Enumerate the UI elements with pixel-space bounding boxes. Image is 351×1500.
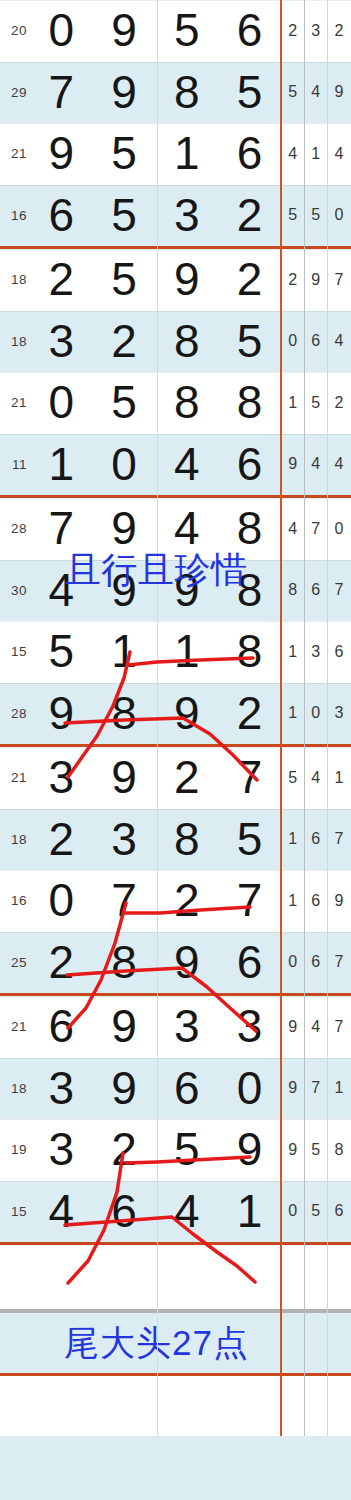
tail-digit: 0 (281, 332, 305, 350)
sum-label: 25 (0, 955, 30, 970)
tail-digit: 7 (327, 830, 351, 848)
draw-digit: 6 (30, 185, 93, 247)
sum-label: 28 (0, 521, 30, 536)
tail-digit: 4 (305, 1018, 328, 1036)
sum-label: 21 (0, 146, 30, 161)
draw-row: 155118136 (0, 621, 351, 683)
sum-label: 15 (0, 644, 30, 659)
bottom-note-row: 尾大头27点 (0, 1313, 351, 1373)
tail-digit: 9 (281, 1079, 305, 1097)
sum-label: 11 (0, 457, 30, 472)
tail-digit: 4 (281, 520, 305, 538)
draw-digit: 6 (218, 123, 281, 185)
draw-digit: 2 (218, 249, 281, 311)
sum-label: 18 (0, 832, 30, 847)
tail-digit: 7 (327, 271, 351, 289)
draw-digit: 1 (218, 1181, 281, 1243)
sum-label: 16 (0, 893, 30, 908)
draw-digit: 8 (156, 372, 219, 434)
tail-digit: 4 (305, 83, 328, 101)
tail-digit: 2 (327, 22, 351, 40)
draw-row: 183960971 (0, 1058, 351, 1120)
draw-row: 193259958 (0, 1119, 351, 1181)
draw-digit: 9 (30, 683, 93, 745)
tail-digit: 7 (305, 520, 328, 538)
tail-digit: 0 (281, 953, 305, 971)
draw-digit: 7 (218, 747, 281, 809)
column-divider-tail-1 (304, 0, 305, 1436)
draw-digit: 9 (93, 62, 156, 124)
tail-digit: 6 (305, 830, 328, 848)
draw-row: 297985549 (0, 62, 351, 124)
draw-digit: 2 (93, 311, 156, 373)
tail-digit: 5 (305, 1202, 328, 1220)
draw-digit: 3 (30, 1119, 93, 1181)
draw-row: 182592297 (0, 249, 351, 311)
tail-digit: 3 (305, 22, 328, 40)
draw-digit: 6 (93, 1181, 156, 1243)
tail-digit: 1 (281, 704, 305, 722)
tail-digit: 1 (281, 892, 305, 910)
draw-row: 166532550 (0, 185, 351, 247)
draw-digit: 2 (30, 809, 93, 871)
draw-row: 183285064 (0, 311, 351, 373)
column-divider-tail-2 (327, 0, 328, 1436)
tail-digit: 9 (327, 892, 351, 910)
tail-digit: 8 (327, 1141, 351, 1159)
draw-digit: 2 (30, 932, 93, 994)
draw-digit: 4 (156, 1181, 219, 1243)
tail-digit: 2 (281, 271, 305, 289)
draw-row: 210588152 (0, 372, 351, 434)
draw-digit: 5 (93, 249, 156, 311)
draw-row: 219516414 (0, 123, 351, 185)
draw-digit: 9 (93, 0, 156, 62)
draw-digit: 9 (93, 1058, 156, 1120)
tail-digit: 5 (305, 1141, 328, 1159)
draw-digit: 5 (156, 0, 219, 62)
draw-digit: 6 (218, 932, 281, 994)
sum-label: 18 (0, 1081, 30, 1096)
draw-digit: 8 (156, 62, 219, 124)
column-divider-orange (280, 0, 282, 1436)
draw-digit: 5 (93, 185, 156, 247)
draw-digit: 2 (218, 683, 281, 745)
tail-digit: 6 (305, 953, 328, 971)
draw-digit: 8 (93, 932, 156, 994)
draw-digit: 9 (93, 996, 156, 1058)
empty-row (0, 1376, 351, 1436)
draw-digit: 5 (218, 809, 281, 871)
tail-digit: 0 (305, 704, 328, 722)
empty-row (0, 1245, 351, 1309)
draw-digit: 1 (156, 123, 219, 185)
draw-digit: 5 (218, 311, 281, 373)
draw-row: 154641056 (0, 1181, 351, 1243)
tail-digit: 0 (327, 206, 351, 224)
draw-digit: 8 (218, 621, 281, 683)
draw-digit: 9 (156, 683, 219, 745)
draw-row: 213927541 (0, 747, 351, 809)
draw-digit: 6 (30, 996, 93, 1058)
draw-digit: 4 (156, 434, 219, 496)
sum-label: 29 (0, 85, 30, 100)
tail-digit: 1 (305, 145, 328, 163)
sum-label: 21 (0, 395, 30, 410)
sum-label: 21 (0, 770, 30, 785)
draw-row: 216933947 (0, 996, 351, 1058)
tail-digit: 6 (305, 581, 328, 599)
draw-digit: 0 (30, 372, 93, 434)
draw-digit: 0 (30, 870, 93, 932)
draw-digit: 7 (93, 870, 156, 932)
draw-digit: 3 (30, 1058, 93, 1120)
draw-digit: 6 (218, 434, 281, 496)
draw-digit: 6 (218, 0, 281, 62)
draw-row: 160727169 (0, 870, 351, 932)
draw-digit: 5 (218, 62, 281, 124)
draw-digit: 1 (156, 621, 219, 683)
draw-digit: 8 (156, 311, 219, 373)
draw-digit: 9 (156, 932, 219, 994)
draw-row: 111046944 (0, 434, 351, 496)
tail-digit: 1 (281, 830, 305, 848)
sum-label: 15 (0, 1204, 30, 1219)
tail-digit: 9 (281, 1018, 305, 1036)
tail-digit: 4 (327, 145, 351, 163)
tail-digit: 4 (327, 332, 351, 350)
tail-digit: 9 (281, 455, 305, 473)
draw-digit: 1 (30, 434, 93, 496)
draw-digit: 3 (93, 809, 156, 871)
draw-digit: 8 (156, 809, 219, 871)
draw-digit: 5 (156, 1119, 219, 1181)
tail-digit: 6 (327, 643, 351, 661)
draw-digit: 9 (93, 747, 156, 809)
footer-area (0, 1436, 351, 1500)
sum-label: 16 (0, 208, 30, 223)
draw-row: 289892103 (0, 683, 351, 745)
tail-digit: 1 (327, 769, 351, 787)
draw-digit: 0 (218, 1058, 281, 1120)
tail-digit: 9 (281, 1141, 305, 1159)
draw-digit: 4 (30, 1181, 93, 1243)
tail-digit: 6 (305, 332, 328, 350)
draw-rows-container: 2009562322979855492195164141665325501825… (0, 0, 351, 1245)
sum-label: 28 (0, 706, 30, 721)
draw-row: 252896067 (0, 932, 351, 994)
draw-row: 182385167 (0, 809, 351, 871)
draw-digit: 7 (30, 62, 93, 124)
middle-note-text: 且行且珍惜 (65, 546, 248, 595)
tail-digit: 0 (281, 1202, 305, 1220)
draw-digit: 9 (156, 249, 219, 311)
tail-digit: 4 (305, 769, 328, 787)
draw-digit: 1 (93, 621, 156, 683)
tail-digit: 7 (327, 953, 351, 971)
draw-digit: 3 (218, 996, 281, 1058)
draw-digit: 5 (93, 123, 156, 185)
draw-digit: 8 (93, 683, 156, 745)
tail-digit: 7 (327, 581, 351, 599)
tail-digit: 4 (305, 455, 328, 473)
tail-digit: 9 (327, 83, 351, 101)
tail-digit: 7 (305, 1079, 328, 1097)
tail-digit: 5 (281, 206, 305, 224)
draw-digit: 5 (93, 372, 156, 434)
draw-digit: 2 (93, 1119, 156, 1181)
sum-label: 30 (0, 583, 30, 598)
tail-digit: 3 (327, 704, 351, 722)
draw-digit: 3 (156, 996, 219, 1058)
tail-digit: 6 (327, 1202, 351, 1220)
tail-digit: 2 (327, 394, 351, 412)
tail-digit: 5 (281, 83, 305, 101)
tail-digit: 1 (281, 643, 305, 661)
draw-digit: 3 (30, 747, 93, 809)
tail-digit: 1 (281, 394, 305, 412)
tail-digit: 5 (281, 769, 305, 787)
draw-digit: 2 (156, 747, 219, 809)
tail-digit: 4 (281, 145, 305, 163)
column-divider-middle (157, 0, 158, 1436)
lottery-trend-chart: 2009562322979855492195164141665325501825… (0, 0, 351, 1500)
draw-digit: 8 (218, 372, 281, 434)
draw-row: 200956232 (0, 0, 351, 62)
draw-digit: 3 (156, 185, 219, 247)
sum-label: 18 (0, 334, 30, 349)
sum-label: 19 (0, 1142, 30, 1157)
draw-digit: 9 (218, 1119, 281, 1181)
draw-digit: 2 (30, 249, 93, 311)
tail-digit: 5 (305, 206, 328, 224)
draw-digit: 2 (218, 185, 281, 247)
tail-digit: 4 (327, 455, 351, 473)
sum-label: 20 (0, 23, 30, 38)
tail-digit: 7 (327, 1018, 351, 1036)
draw-digit: 0 (30, 0, 93, 62)
tail-digit: 0 (327, 520, 351, 538)
tail-digit: 6 (305, 892, 328, 910)
draw-digit: 7 (218, 870, 281, 932)
tail-digit: 2 (281, 22, 305, 40)
tail-digit: 1 (327, 1079, 351, 1097)
draw-digit: 0 (93, 434, 156, 496)
tail-digit: 5 (305, 394, 328, 412)
sum-label: 21 (0, 1019, 30, 1034)
sum-label: 18 (0, 272, 30, 287)
draw-digit: 2 (156, 870, 219, 932)
tail-digit: 3 (305, 643, 328, 661)
draw-digit: 5 (30, 621, 93, 683)
draw-digit: 9 (30, 123, 93, 185)
draw-digit: 3 (30, 311, 93, 373)
draw-digit: 6 (156, 1058, 219, 1120)
tail-digit: 9 (305, 271, 328, 289)
tail-digit: 8 (281, 581, 305, 599)
